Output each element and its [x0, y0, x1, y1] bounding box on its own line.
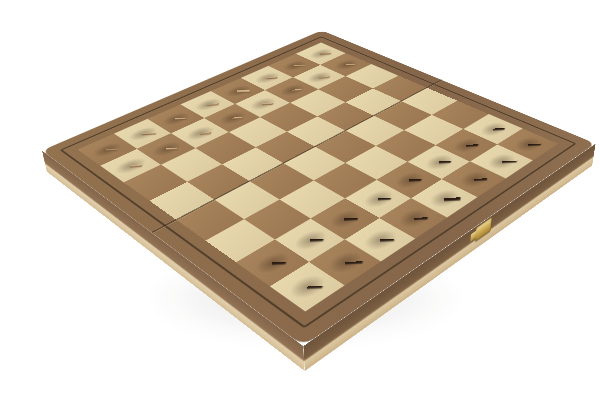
chess-board: ♜♞♝♛♚♝♞♜♟♟♟♟♟♟♟♟♟♟♟♟♟♟♟♟♜♞♝♛♚♝♞♜	[42, 30, 596, 346]
chess-set-photo: ♜♞♝♛♚♝♞♜♟♟♟♟♟♟♟♟♟♟♟♟♟♟♟♟♜♞♝♛♚♝♞♜	[0, 0, 600, 400]
board-tilt-wrapper: ♜♞♝♛♚♝♞♜♟♟♟♟♟♟♟♟♟♟♟♟♟♟♟♟♜♞♝♛♚♝♞♜	[111, 0, 518, 351]
latch-hook-icon	[470, 230, 476, 241]
board-grid: ♜♞♝♛♚♝♞♜♟♟♟♟♟♟♟♟♟♟♟♟♟♟♟♟♜♞♝♛♚♝♞♜	[78, 43, 559, 312]
